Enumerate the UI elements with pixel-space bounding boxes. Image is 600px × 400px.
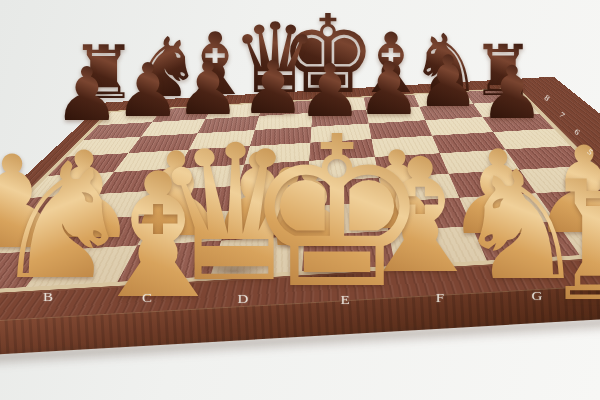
- file-label-f: F: [436, 291, 444, 305]
- piece-black-pawn-h7: ♟: [479, 56, 544, 129]
- piece-black-pawn-a7: ♟: [54, 57, 120, 131]
- piece-white-bishop-c1: ♝: [81, 151, 235, 323]
- file-label-e: E: [340, 293, 349, 307]
- piece-white-rook-a1: ♜: [0, 170, 12, 330]
- file-label-c: C: [142, 291, 152, 305]
- chess-photo-scene: ♜♞♝♛♚♝♞♜♟♟♟♟♟♟♟♟♜♞♝♛♚♝♞♜♟♟♟♟♟♟♟♟ BCDEFG8…: [0, 0, 600, 400]
- file-label-b: B: [43, 290, 53, 304]
- file-label-g: G: [532, 289, 543, 303]
- piece-white-rook-h1: ♜: [538, 160, 600, 325]
- file-label-d: D: [238, 292, 249, 306]
- piece-white-king-e1: ♚: [244, 109, 430, 317]
- rank-label-7: 7: [558, 110, 567, 119]
